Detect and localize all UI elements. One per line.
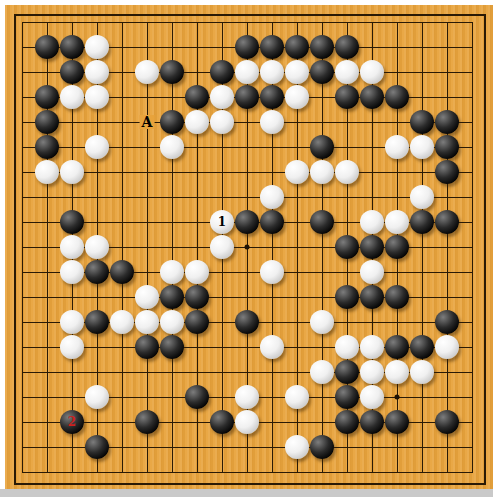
black-stone <box>410 210 434 234</box>
black-stone <box>435 160 459 184</box>
black-stone <box>360 85 384 109</box>
white-stone <box>260 335 284 359</box>
white-stone <box>360 335 384 359</box>
white-stone <box>385 210 409 234</box>
white-stone <box>285 160 309 184</box>
white-stone <box>60 260 84 284</box>
black-stone <box>85 310 109 334</box>
black-stone <box>160 285 184 309</box>
white-stone <box>360 60 384 84</box>
white-stone <box>85 60 109 84</box>
black-stone <box>210 410 234 434</box>
black-stone <box>435 210 459 234</box>
black-stone <box>135 410 159 434</box>
white-stone <box>260 260 284 284</box>
black-stone <box>385 85 409 109</box>
white-stone <box>235 385 259 409</box>
white-stone <box>410 360 434 384</box>
black-stone <box>60 60 84 84</box>
black-stone <box>60 210 84 234</box>
marked-stone-2: 2 <box>60 410 84 434</box>
black-stone <box>310 35 334 59</box>
black-stone <box>385 335 409 359</box>
black-stone <box>410 110 434 134</box>
black-stone <box>185 285 209 309</box>
white-stone <box>235 410 259 434</box>
white-stone <box>310 310 334 334</box>
black-stone <box>160 110 184 134</box>
black-stone <box>410 335 434 359</box>
white-stone <box>210 235 234 259</box>
black-stone <box>35 110 59 134</box>
white-stone <box>160 135 184 159</box>
black-stone <box>360 235 384 259</box>
black-stone <box>235 35 259 59</box>
white-stone <box>135 310 159 334</box>
white-stone <box>285 85 309 109</box>
black-stone <box>35 35 59 59</box>
black-stone <box>385 410 409 434</box>
white-stone <box>285 435 309 459</box>
black-stone <box>85 260 109 284</box>
black-stone <box>260 35 284 59</box>
black-stone <box>235 210 259 234</box>
white-stone <box>60 335 84 359</box>
black-stone <box>85 435 109 459</box>
white-stone <box>85 385 109 409</box>
white-stone <box>135 285 159 309</box>
star-point <box>395 395 400 400</box>
white-stone <box>410 135 434 159</box>
black-stone <box>335 285 359 309</box>
black-stone <box>435 410 459 434</box>
black-stone <box>110 260 134 284</box>
white-stone <box>60 310 84 334</box>
white-stone <box>385 360 409 384</box>
black-stone <box>135 335 159 359</box>
white-stone <box>135 60 159 84</box>
black-stone <box>235 85 259 109</box>
white-stone <box>360 260 384 284</box>
black-stone <box>185 310 209 334</box>
go-board[interactable]: 12 A <box>5 5 493 489</box>
black-stone <box>360 285 384 309</box>
white-stone <box>110 310 134 334</box>
white-stone <box>60 235 84 259</box>
white-stone <box>385 135 409 159</box>
point-label-A: A <box>140 115 155 129</box>
white-stone <box>35 160 59 184</box>
black-stone <box>185 85 209 109</box>
white-stone <box>435 335 459 359</box>
white-stone <box>410 185 434 209</box>
black-stone <box>435 135 459 159</box>
white-stone <box>85 135 109 159</box>
white-stone <box>60 85 84 109</box>
black-stone <box>435 310 459 334</box>
white-stone <box>360 385 384 409</box>
marked-stone-1: 1 <box>210 210 234 234</box>
white-stone <box>260 60 284 84</box>
black-stone <box>335 385 359 409</box>
white-stone <box>335 160 359 184</box>
black-stone <box>310 135 334 159</box>
white-stone <box>235 60 259 84</box>
white-stone <box>285 60 309 84</box>
white-stone <box>335 60 359 84</box>
white-stone <box>160 260 184 284</box>
black-stone <box>360 410 384 434</box>
white-stone <box>185 260 209 284</box>
black-stone <box>335 360 359 384</box>
white-stone <box>260 110 284 134</box>
black-stone <box>435 110 459 134</box>
white-stone <box>310 360 334 384</box>
black-stone <box>335 35 359 59</box>
black-stone <box>60 35 84 59</box>
white-stone <box>210 85 234 109</box>
black-stone <box>35 135 59 159</box>
white-stone <box>160 310 184 334</box>
black-stone <box>260 210 284 234</box>
black-stone <box>310 60 334 84</box>
black-stone <box>385 235 409 259</box>
black-stone <box>335 410 359 434</box>
white-stone <box>210 110 234 134</box>
black-stone <box>310 435 334 459</box>
white-stone <box>285 385 309 409</box>
black-stone <box>335 85 359 109</box>
white-stone <box>85 85 109 109</box>
white-stone <box>335 335 359 359</box>
white-stone <box>60 160 84 184</box>
white-stone <box>360 210 384 234</box>
star-point <box>245 245 250 250</box>
bottom-strip <box>0 489 496 497</box>
black-stone <box>235 310 259 334</box>
go-diagram: 12 A <box>0 0 496 497</box>
white-stone <box>360 360 384 384</box>
black-stone <box>160 335 184 359</box>
black-stone <box>210 60 234 84</box>
white-stone <box>185 110 209 134</box>
white-stone <box>260 185 284 209</box>
black-stone <box>310 210 334 234</box>
black-stone <box>185 385 209 409</box>
black-stone <box>385 285 409 309</box>
white-stone <box>85 35 109 59</box>
black-stone <box>35 85 59 109</box>
white-stone <box>85 235 109 259</box>
black-stone <box>285 35 309 59</box>
black-stone <box>160 60 184 84</box>
black-stone <box>335 235 359 259</box>
black-stone <box>260 85 284 109</box>
white-stone <box>310 160 334 184</box>
